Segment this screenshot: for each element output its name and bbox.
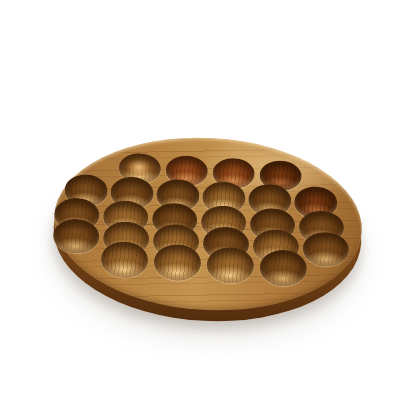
board-top-face [50,130,367,318]
pit-r5-c1[interactable] [100,240,149,278]
mancala-board [50,130,367,318]
pit-r5-c2[interactable] [153,243,202,281]
pit-r5-c3[interactable] [206,246,255,284]
product-photo-canvas [0,0,416,416]
board-rows [50,130,367,318]
pit-r5-c4[interactable] [259,249,308,287]
